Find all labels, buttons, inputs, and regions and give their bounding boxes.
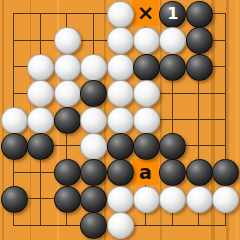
white-stone[interactable] bbox=[133, 107, 160, 134]
white-stone[interactable] bbox=[107, 186, 134, 213]
white-stone[interactable] bbox=[27, 107, 54, 134]
black-stone[interactable] bbox=[54, 186, 81, 213]
go-board[interactable]: ×a 1 bbox=[0, 0, 240, 240]
black-stone[interactable] bbox=[54, 159, 81, 186]
black-stone[interactable] bbox=[80, 186, 107, 213]
black-stone[interactable]: 1 bbox=[159, 1, 186, 28]
x-marker[interactable]: × bbox=[132, 0, 158, 26]
black-stone[interactable] bbox=[186, 1, 213, 28]
white-stone[interactable] bbox=[80, 107, 107, 134]
white-stone[interactable] bbox=[107, 212, 134, 239]
white-stone[interactable] bbox=[107, 80, 134, 107]
black-stone[interactable] bbox=[107, 159, 134, 186]
black-stone[interactable] bbox=[186, 27, 213, 54]
white-stone[interactable] bbox=[1, 107, 28, 134]
black-stone[interactable] bbox=[54, 107, 81, 134]
white-stone[interactable] bbox=[133, 27, 160, 54]
white-stone[interactable] bbox=[107, 1, 134, 28]
black-stone[interactable] bbox=[133, 54, 160, 81]
white-stone[interactable] bbox=[80, 54, 107, 81]
black-stone[interactable] bbox=[1, 186, 28, 213]
black-stone[interactable] bbox=[159, 54, 186, 81]
white-stone[interactable] bbox=[212, 186, 239, 213]
white-stone[interactable] bbox=[54, 27, 81, 54]
white-stone[interactable] bbox=[107, 27, 134, 54]
white-stone[interactable] bbox=[107, 107, 134, 134]
black-stone[interactable] bbox=[107, 133, 134, 160]
move-1-label: 1 bbox=[167, 6, 178, 22]
white-stone[interactable] bbox=[54, 54, 81, 81]
black-stone[interactable] bbox=[186, 54, 213, 81]
white-stone[interactable] bbox=[186, 186, 213, 213]
black-stone[interactable] bbox=[133, 133, 160, 160]
white-stone[interactable] bbox=[80, 133, 107, 160]
black-stone[interactable] bbox=[1, 133, 28, 160]
a-marker[interactable]: a bbox=[132, 159, 158, 185]
white-stone[interactable] bbox=[27, 80, 54, 107]
white-stone[interactable] bbox=[27, 54, 54, 81]
white-stone[interactable] bbox=[133, 186, 160, 213]
black-stone[interactable] bbox=[27, 133, 54, 160]
white-stone[interactable] bbox=[54, 80, 81, 107]
white-stone[interactable] bbox=[107, 54, 134, 81]
white-stone[interactable] bbox=[133, 80, 160, 107]
black-stone[interactable] bbox=[80, 80, 107, 107]
